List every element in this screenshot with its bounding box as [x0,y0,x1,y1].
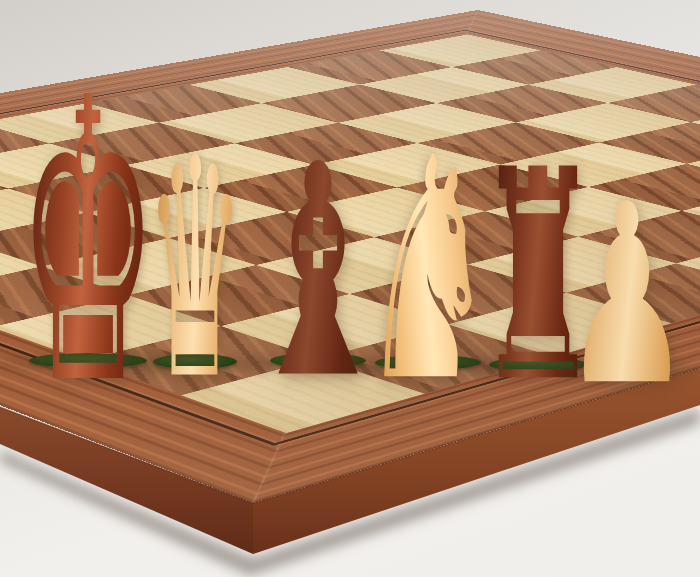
queen-glyph: ♛ [146,119,244,422]
pieces-layer: ♚♛♝♞♜♟ [0,0,700,577]
pawn-glyph: ♟ [563,171,692,419]
photo-background: ♚♛♝♞♜♟ [0,0,700,577]
king-glyph: ♚ [18,48,158,438]
